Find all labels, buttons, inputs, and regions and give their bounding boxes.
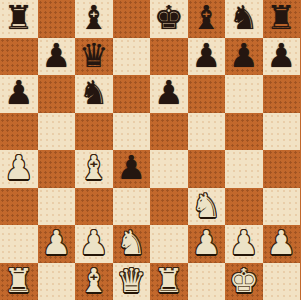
chess-board-grid: ♜♝♚♝♞♜♟♛♟♟♟♟♞♟♟♝♟♞♟♟♞♟♟♟♜♝♛♜♚ — [0, 0, 300, 300]
square-h6[interactable] — [263, 75, 301, 113]
piece-black-pawn: ♟ — [266, 38, 296, 74]
piece-white-pawn: ♟ — [266, 225, 296, 261]
square-a5[interactable] — [0, 113, 38, 151]
piece-white-pawn: ♟ — [229, 225, 259, 261]
square-a7[interactable] — [0, 38, 38, 76]
piece-black-bishop: ♝ — [191, 0, 221, 36]
square-d8[interactable] — [113, 0, 151, 38]
piece-white-pawn: ♟ — [41, 225, 71, 261]
square-f8[interactable]: ♝ — [188, 0, 226, 38]
square-e6[interactable]: ♟ — [150, 75, 188, 113]
square-f5[interactable] — [188, 113, 226, 151]
square-d4[interactable]: ♟ — [113, 150, 151, 188]
square-c3[interactable] — [75, 188, 113, 226]
piece-black-knight: ♞ — [229, 0, 259, 36]
piece-black-pawn: ♟ — [4, 75, 34, 111]
piece-black-bishop: ♝ — [79, 0, 109, 36]
square-e3[interactable] — [150, 188, 188, 226]
square-e7[interactable] — [150, 38, 188, 76]
piece-white-bishop: ♝ — [79, 263, 109, 299]
piece-white-rook: ♜ — [4, 263, 34, 299]
square-c6[interactable]: ♞ — [75, 75, 113, 113]
square-h1[interactable] — [263, 263, 301, 300]
piece-black-pawn: ♟ — [229, 38, 259, 74]
piece-black-knight: ♞ — [79, 75, 109, 111]
piece-black-pawn: ♟ — [154, 75, 184, 111]
square-f6[interactable] — [188, 75, 226, 113]
square-e2[interactable] — [150, 225, 188, 263]
square-c1[interactable]: ♝ — [75, 263, 113, 300]
piece-white-king: ♚ — [229, 263, 259, 299]
piece-black-pawn: ♟ — [41, 38, 71, 74]
square-g7[interactable]: ♟ — [225, 38, 263, 76]
square-b7[interactable]: ♟ — [38, 38, 76, 76]
piece-black-rook: ♜ — [266, 0, 296, 36]
square-b1[interactable] — [38, 263, 76, 300]
square-b8[interactable] — [38, 0, 76, 38]
square-e1[interactable]: ♜ — [150, 263, 188, 300]
piece-black-queen: ♛ — [79, 38, 109, 74]
square-b4[interactable] — [38, 150, 76, 188]
piece-white-pawn: ♟ — [79, 225, 109, 261]
square-d3[interactable] — [113, 188, 151, 226]
square-g3[interactable] — [225, 188, 263, 226]
square-e5[interactable] — [150, 113, 188, 151]
square-c4[interactable]: ♝ — [75, 150, 113, 188]
square-a4[interactable]: ♟ — [0, 150, 38, 188]
piece-white-knight: ♞ — [116, 225, 146, 261]
piece-black-king: ♚ — [154, 0, 184, 36]
square-b5[interactable] — [38, 113, 76, 151]
square-g1[interactable]: ♚ — [225, 263, 263, 300]
square-f1[interactable] — [188, 263, 226, 300]
piece-white-rook: ♜ — [154, 263, 184, 299]
square-a3[interactable] — [0, 188, 38, 226]
square-g5[interactable] — [225, 113, 263, 151]
piece-black-pawn: ♟ — [116, 150, 146, 186]
square-f3[interactable]: ♞ — [188, 188, 226, 226]
square-h2[interactable]: ♟ — [263, 225, 301, 263]
square-f4[interactable] — [188, 150, 226, 188]
square-b2[interactable]: ♟ — [38, 225, 76, 263]
piece-white-pawn: ♟ — [4, 150, 34, 186]
square-a6[interactable]: ♟ — [0, 75, 38, 113]
chess-board: ♜♝♚♝♞♜♟♛♟♟♟♟♞♟♟♝♟♞♟♟♞♟♟♟♜♝♛♜♚ — [0, 0, 300, 300]
square-d6[interactable] — [113, 75, 151, 113]
square-f7[interactable]: ♟ — [188, 38, 226, 76]
square-g6[interactable] — [225, 75, 263, 113]
square-d1[interactable]: ♛ — [113, 263, 151, 300]
square-h4[interactable] — [263, 150, 301, 188]
square-c5[interactable] — [75, 113, 113, 151]
piece-white-bishop: ♝ — [79, 150, 109, 186]
square-c7[interactable]: ♛ — [75, 38, 113, 76]
piece-black-pawn: ♟ — [191, 38, 221, 74]
square-h8[interactable]: ♜ — [263, 0, 301, 38]
square-f2[interactable]: ♟ — [188, 225, 226, 263]
square-g4[interactable] — [225, 150, 263, 188]
square-c2[interactable]: ♟ — [75, 225, 113, 263]
piece-white-knight: ♞ — [191, 188, 221, 224]
piece-white-pawn: ♟ — [191, 225, 221, 261]
square-e4[interactable] — [150, 150, 188, 188]
square-g2[interactable]: ♟ — [225, 225, 263, 263]
square-d7[interactable] — [113, 38, 151, 76]
piece-black-rook: ♜ — [4, 0, 34, 36]
square-c8[interactable]: ♝ — [75, 0, 113, 38]
square-d2[interactable]: ♞ — [113, 225, 151, 263]
square-h3[interactable] — [263, 188, 301, 226]
square-a2[interactable] — [0, 225, 38, 263]
square-b3[interactable] — [38, 188, 76, 226]
square-e8[interactable]: ♚ — [150, 0, 188, 38]
square-a8[interactable]: ♜ — [0, 0, 38, 38]
square-h7[interactable]: ♟ — [263, 38, 301, 76]
piece-white-queen: ♛ — [116, 263, 146, 299]
square-g8[interactable]: ♞ — [225, 0, 263, 38]
square-h5[interactable] — [263, 113, 301, 151]
square-d5[interactable] — [113, 113, 151, 151]
square-b6[interactable] — [38, 75, 76, 113]
square-a1[interactable]: ♜ — [0, 263, 38, 300]
